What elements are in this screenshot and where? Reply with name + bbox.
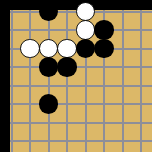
grid-line-horizontal — [10, 103, 152, 105]
black-stone[interactable] — [94, 39, 114, 59]
grid-line-vertical — [122, 10, 124, 152]
grid-line-horizontal — [10, 122, 152, 124]
black-stone[interactable] — [39, 57, 59, 77]
grid-line-vertical — [66, 10, 68, 152]
grid-line-vertical — [11, 10, 13, 152]
grid-line-horizontal — [10, 140, 152, 142]
white-stone[interactable] — [20, 39, 40, 59]
grid-line-horizontal — [10, 85, 152, 87]
black-stone[interactable] — [57, 57, 77, 77]
grid-line-vertical — [48, 10, 50, 152]
app-background — [0, 0, 152, 152]
black-stone[interactable] — [39, 94, 59, 114]
grid-line-horizontal — [10, 66, 152, 68]
white-stone[interactable] — [57, 39, 77, 59]
grid-line-vertical — [140, 10, 142, 152]
white-stone[interactable] — [76, 20, 96, 40]
black-stone[interactable] — [94, 20, 114, 40]
grid-line-vertical — [29, 10, 31, 152]
